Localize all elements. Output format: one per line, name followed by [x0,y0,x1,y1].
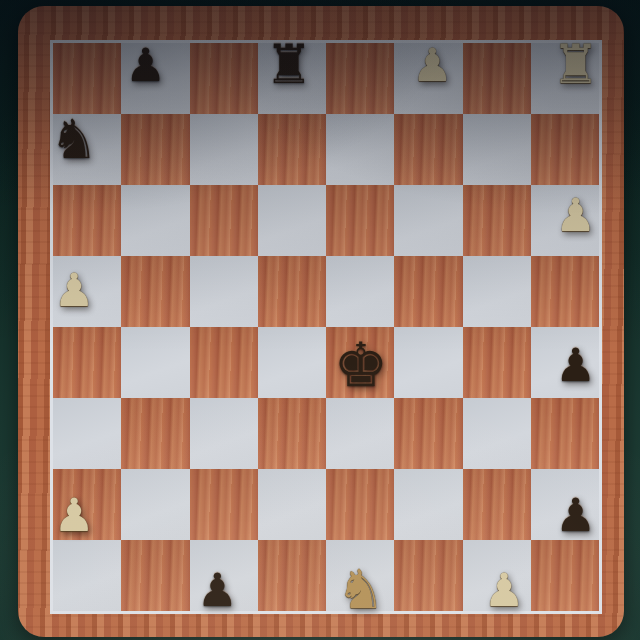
square-f1[interactable] [394,540,462,611]
white-pawn[interactable]: ♟ [412,42,453,88]
board-grid: ♟♜♟♜♞♟♟♚♟♟♟♟♞♟ [53,43,599,611]
square-c2[interactable] [190,469,258,540]
square-h3[interactable] [531,398,599,469]
square-b2[interactable] [121,469,189,540]
square-e5[interactable] [326,256,394,327]
square-e1[interactable]: ♞ [326,540,394,611]
square-f6[interactable] [394,185,462,256]
square-f8[interactable]: ♟ [394,43,462,114]
square-f5[interactable] [394,256,462,327]
square-e4[interactable]: ♚ [326,327,394,398]
black-rook[interactable]: ♜ [265,38,313,92]
square-e8[interactable] [326,43,394,114]
square-a4[interactable] [53,327,121,398]
square-h8[interactable]: ♜ [531,43,599,114]
black-pawn[interactable]: ♟ [125,42,166,88]
square-g7[interactable] [463,114,531,185]
black-pawn[interactable]: ♟ [555,342,596,388]
white-pawn[interactable]: ♟ [53,491,94,537]
square-b8[interactable]: ♟ [121,43,189,114]
square-b1[interactable] [121,540,189,611]
square-a5[interactable]: ♟ [53,256,121,327]
square-c6[interactable] [190,185,258,256]
square-d8[interactable]: ♜ [258,43,326,114]
square-d5[interactable] [258,256,326,327]
square-d7[interactable] [258,114,326,185]
square-a3[interactable] [53,398,121,469]
square-h1[interactable] [531,540,599,611]
square-g3[interactable] [463,398,531,469]
square-c5[interactable] [190,256,258,327]
black-pawn[interactable]: ♟ [197,566,238,612]
square-a6[interactable] [53,185,121,256]
square-e7[interactable] [326,114,394,185]
square-e3[interactable] [326,398,394,469]
square-c1[interactable]: ♟ [190,540,258,611]
square-g6[interactable] [463,185,531,256]
square-b3[interactable] [121,398,189,469]
square-a1[interactable] [53,540,121,611]
black-knight[interactable]: ♞ [50,113,98,167]
square-b6[interactable] [121,185,189,256]
square-c7[interactable] [190,114,258,185]
square-h4[interactable]: ♟ [531,327,599,398]
square-b4[interactable] [121,327,189,398]
square-h2[interactable]: ♟ [531,469,599,540]
white-pawn[interactable]: ♟ [483,566,524,612]
square-b7[interactable] [121,114,189,185]
square-e2[interactable] [326,469,394,540]
table-surface: ♟♜♟♜♞♟♟♚♟♟♟♟♞♟ 1p1r1P1R/n7/7P/P7/4k2p/8/… [0,0,640,640]
white-pawn[interactable]: ♟ [53,267,94,313]
square-a7[interactable]: ♞ [53,114,121,185]
square-f2[interactable] [394,469,462,540]
white-rook[interactable]: ♜ [551,38,599,92]
white-pawn[interactable]: ♟ [555,192,596,238]
black-pawn[interactable]: ♟ [555,491,596,537]
square-g8[interactable] [463,43,531,114]
square-g2[interactable] [463,469,531,540]
square-d4[interactable] [258,327,326,398]
square-d3[interactable] [258,398,326,469]
square-a8[interactable] [53,43,121,114]
square-d6[interactable] [258,185,326,256]
chess-board: ♟♜♟♜♞♟♟♚♟♟♟♟♞♟ [18,6,624,637]
square-a2[interactable]: ♟ [53,469,121,540]
square-f4[interactable] [394,327,462,398]
square-d1[interactable] [258,540,326,611]
square-h7[interactable] [531,114,599,185]
square-g5[interactable] [463,256,531,327]
black-king[interactable]: ♚ [333,334,388,395]
square-h6[interactable]: ♟ [531,185,599,256]
square-c4[interactable] [190,327,258,398]
square-h5[interactable] [531,256,599,327]
square-b5[interactable] [121,256,189,327]
board-frame-line: ♟♜♟♜♞♟♟♚♟♟♟♟♞♟ [50,40,602,614]
square-c8[interactable] [190,43,258,114]
square-g1[interactable]: ♟ [463,540,531,611]
square-f7[interactable] [394,114,462,185]
square-e6[interactable] [326,185,394,256]
square-f3[interactable] [394,398,462,469]
white-knight[interactable]: ♞ [337,562,385,616]
square-d2[interactable] [258,469,326,540]
square-g4[interactable] [463,327,531,398]
position-fen: 1p1r1P1R/n7/7P/P7/4k2p/8/P6p/2p1N1P1 [0,0,1,1]
square-c3[interactable] [190,398,258,469]
